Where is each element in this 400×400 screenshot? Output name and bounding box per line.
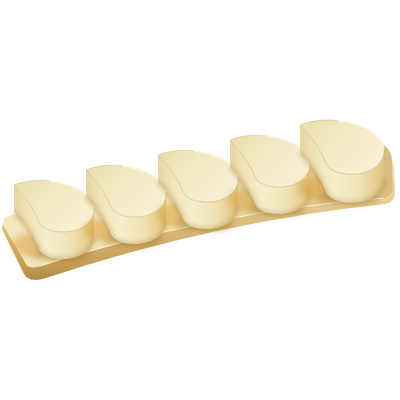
piece-3 <box>156 150 238 230</box>
product-render-canvas <box>0 0 400 400</box>
piece-2 <box>84 165 166 245</box>
piece-5 <box>298 120 384 204</box>
piece-4 <box>228 135 310 215</box>
piece-1 <box>12 180 94 260</box>
pieces <box>12 120 384 261</box>
scene <box>0 0 400 400</box>
